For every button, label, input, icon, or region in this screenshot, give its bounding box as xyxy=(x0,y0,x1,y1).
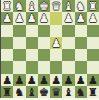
square-e1[interactable]: ♚ xyxy=(38,0,50,12)
black-knight: ♞ xyxy=(76,86,86,98)
black-rook: ♜ xyxy=(2,86,12,98)
white-rook: ♜ xyxy=(2,0,12,12)
square-h4[interactable] xyxy=(1,37,13,49)
square-h7[interactable]: ♟ xyxy=(1,74,13,86)
square-f1[interactable]: ♝ xyxy=(26,0,38,12)
white-pawn: ♟ xyxy=(51,37,61,49)
white-pawn: ♟ xyxy=(27,12,37,24)
black-queen: ♛ xyxy=(51,86,61,98)
square-c8[interactable]: ♝ xyxy=(62,86,74,98)
square-c6[interactable] xyxy=(62,61,74,73)
square-h1[interactable]: ♜ xyxy=(1,0,13,12)
square-e6[interactable] xyxy=(38,61,50,73)
black-pawn: ♟ xyxy=(76,74,86,86)
square-g3[interactable] xyxy=(13,25,25,37)
white-pawn: ♟ xyxy=(39,12,49,24)
square-a6[interactable] xyxy=(87,61,99,73)
black-bishop: ♝ xyxy=(27,86,37,98)
square-c5[interactable] xyxy=(62,49,74,61)
square-b3[interactable] xyxy=(75,25,87,37)
square-d1[interactable]: ♛ xyxy=(50,0,62,12)
black-pawn: ♟ xyxy=(14,74,24,86)
square-g8[interactable]: ♞ xyxy=(13,86,25,98)
square-h3[interactable] xyxy=(1,25,13,37)
square-b8[interactable]: ♞ xyxy=(75,86,87,98)
black-pawn: ♟ xyxy=(39,74,49,86)
white-pawn: ♟ xyxy=(2,12,12,24)
square-g6[interactable] xyxy=(13,61,25,73)
square-f8[interactable]: ♝ xyxy=(26,86,38,98)
black-pawn: ♟ xyxy=(63,74,73,86)
square-b5[interactable] xyxy=(75,49,87,61)
square-f6[interactable] xyxy=(26,61,38,73)
black-pawn: ♟ xyxy=(51,74,61,86)
square-c7[interactable]: ♟ xyxy=(62,74,74,86)
square-c3[interactable] xyxy=(62,25,74,37)
square-d7[interactable]: ♟ xyxy=(50,74,62,86)
black-rook: ♜ xyxy=(88,86,98,98)
square-c2[interactable]: ♟ xyxy=(62,12,74,24)
square-a8[interactable]: ♜ xyxy=(87,86,99,98)
square-f3[interactable] xyxy=(26,25,38,37)
black-bishop: ♝ xyxy=(63,86,73,98)
square-b2[interactable]: ♟ xyxy=(75,12,87,24)
white-bishop: ♝ xyxy=(27,0,37,12)
square-d5[interactable] xyxy=(50,49,62,61)
square-g1[interactable]: ♞ xyxy=(13,0,25,12)
white-pawn: ♟ xyxy=(14,12,24,24)
square-e2[interactable]: ♟ xyxy=(38,12,50,24)
square-d4[interactable]: ♟ xyxy=(50,37,62,49)
square-a3[interactable] xyxy=(87,25,99,37)
square-a4[interactable] xyxy=(87,37,99,49)
white-knight: ♞ xyxy=(14,0,24,12)
square-e4[interactable] xyxy=(38,37,50,49)
square-c1[interactable]: ♝ xyxy=(62,0,74,12)
square-a7[interactable]: ♟ xyxy=(87,74,99,86)
square-h6[interactable] xyxy=(1,61,13,73)
black-pawn: ♟ xyxy=(27,74,37,86)
square-f2[interactable]: ♟ xyxy=(26,12,38,24)
white-knight: ♞ xyxy=(76,0,86,12)
square-e8[interactable]: ♚ xyxy=(38,86,50,98)
square-g5[interactable] xyxy=(13,49,25,61)
black-pawn: ♟ xyxy=(88,74,98,86)
square-g2[interactable]: ♟ xyxy=(13,12,25,24)
square-e7[interactable]: ♟ xyxy=(38,74,50,86)
square-f5[interactable] xyxy=(26,49,38,61)
square-e3[interactable] xyxy=(38,25,50,37)
black-king: ♚ xyxy=(39,86,49,98)
square-b6[interactable] xyxy=(75,61,87,73)
square-h5[interactable] xyxy=(1,49,13,61)
white-king: ♚ xyxy=(39,0,49,12)
square-d8[interactable]: ♛ xyxy=(50,86,62,98)
square-f7[interactable]: ♟ xyxy=(26,74,38,86)
square-d6[interactable] xyxy=(50,61,62,73)
black-pawn: ♟ xyxy=(2,74,12,86)
black-knight: ♞ xyxy=(14,86,24,98)
square-g4[interactable] xyxy=(13,37,25,49)
square-g7[interactable]: ♟ xyxy=(13,74,25,86)
square-a2[interactable]: ♟ xyxy=(87,12,99,24)
white-pawn: ♟ xyxy=(76,12,86,24)
square-f4[interactable] xyxy=(26,37,38,49)
square-b1[interactable]: ♞ xyxy=(75,0,87,12)
square-a1[interactable]: ♜ xyxy=(87,0,99,12)
square-b7[interactable]: ♟ xyxy=(75,74,87,86)
square-b4[interactable] xyxy=(75,37,87,49)
square-d3[interactable] xyxy=(50,25,62,37)
white-queen: ♛ xyxy=(51,0,61,12)
square-h8[interactable]: ♜ xyxy=(1,86,13,98)
square-d2[interactable] xyxy=(50,12,62,24)
square-a5[interactable] xyxy=(87,49,99,61)
square-e5[interactable] xyxy=(38,49,50,61)
white-bishop: ♝ xyxy=(63,0,73,12)
chess-board: ♜♞♝♚♛♝♞♜♟♟♟♟♟♟♟♟♟♟♟♟♟♟♟♟♜♞♝♚♛♝♞♜ xyxy=(0,0,99,98)
white-rook: ♜ xyxy=(88,0,98,12)
white-pawn: ♟ xyxy=(63,12,73,24)
square-h2[interactable]: ♟ xyxy=(1,12,13,24)
white-pawn: ♟ xyxy=(88,12,98,24)
square-c4[interactable] xyxy=(62,37,74,49)
